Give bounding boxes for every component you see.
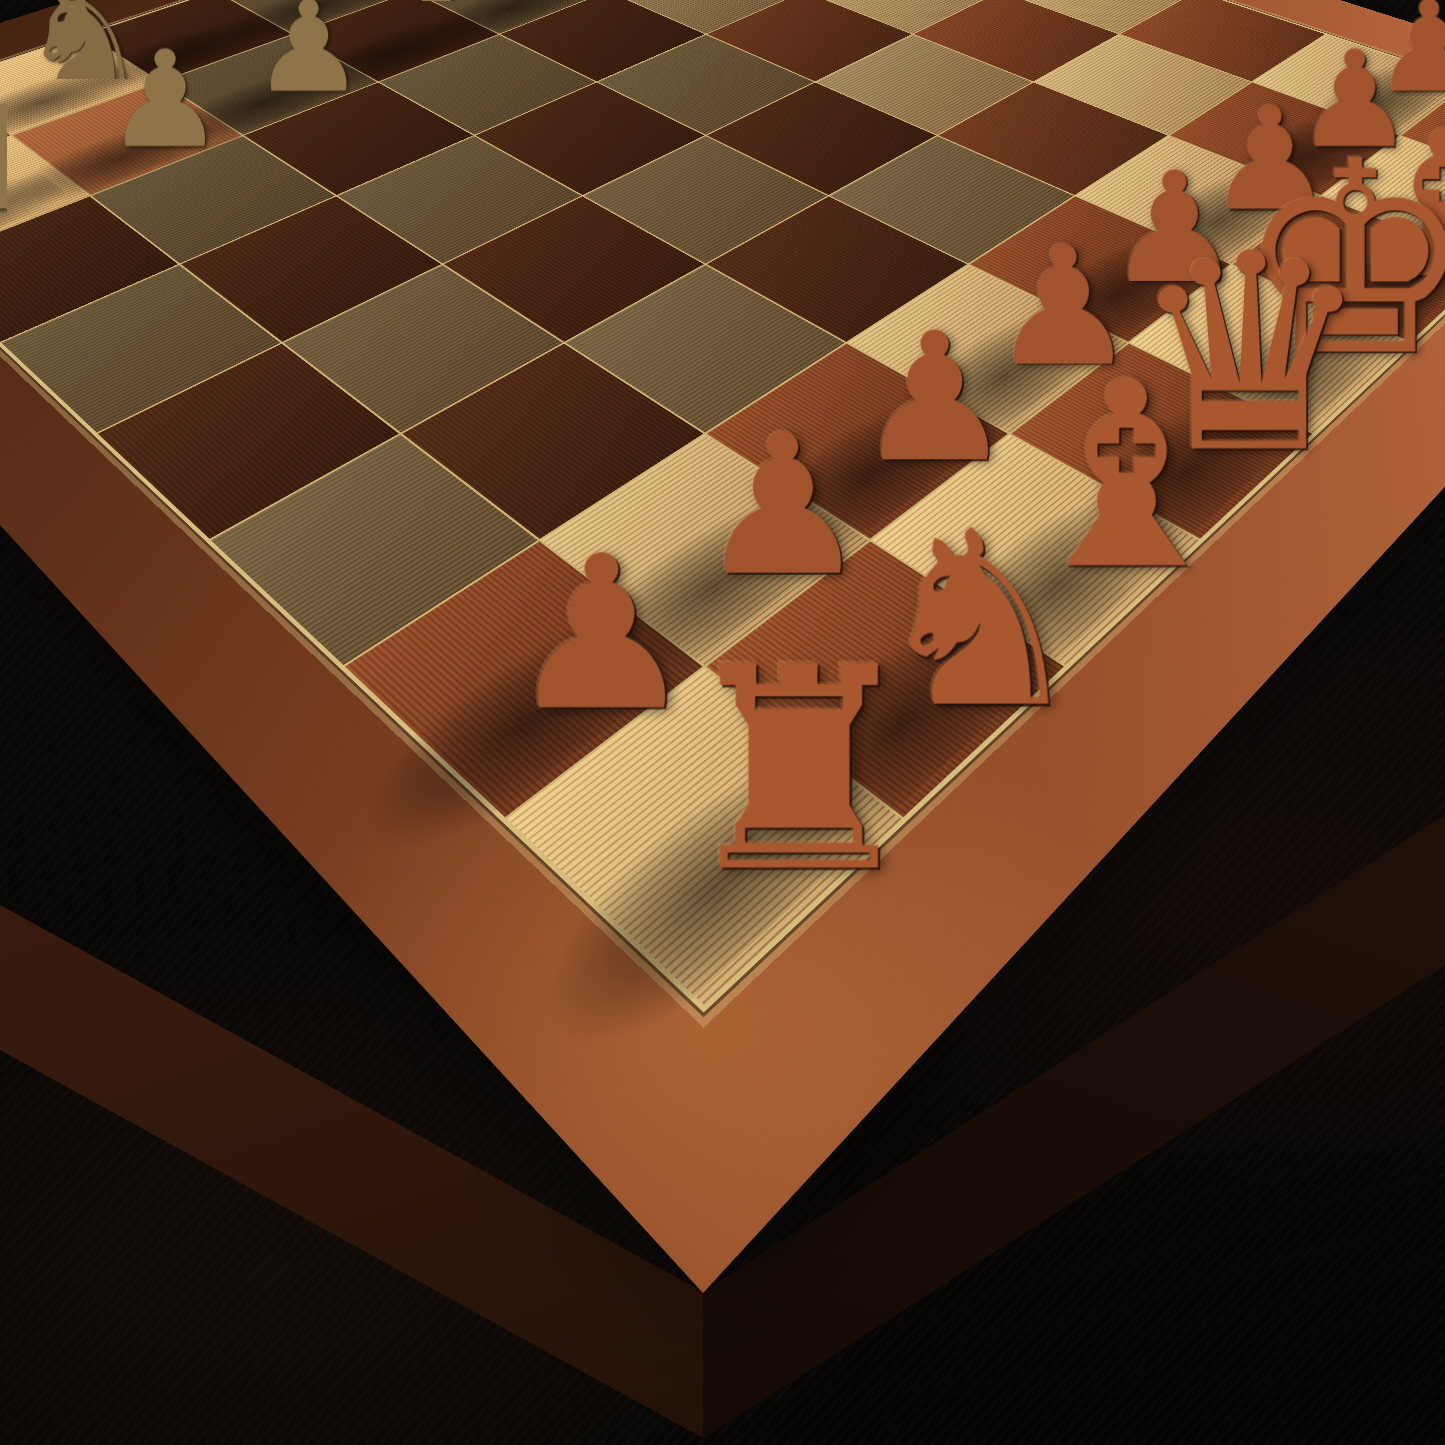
oak-pawn-e2[interactable]: ♟ <box>500 0 601 10</box>
oak-pawn-d2[interactable]: ♟ <box>383 0 490 55</box>
oak-pawn-c2[interactable]: ♟ <box>252 0 365 105</box>
red-pawn-b7[interactable]: ♟ <box>696 417 870 595</box>
scene: ♜♞♝♛♚♝♞♜♟♟♟♟♟♟♟♟♟♟♟♟♟♟♟♟♜♞♝♛♚♝♞♜ <box>0 0 1445 1445</box>
oak-pawn-b2[interactable]: ♟ <box>105 39 225 162</box>
oak-pawn-a2[interactable]: ♟ <box>0 94 67 225</box>
red-pawn-a7[interactable]: ♟ <box>506 537 697 733</box>
red-rook-a8[interactable]: ♜ <box>673 641 924 899</box>
red-pawn-c7[interactable]: ♟ <box>855 316 1014 480</box>
